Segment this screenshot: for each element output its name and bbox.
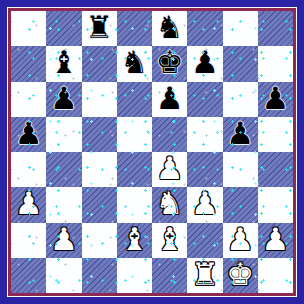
piece-white-king[interactable]: ♚ [226, 259, 254, 290]
square-d5[interactable] [117, 117, 152, 152]
piece-white-knight[interactable]: ♞ [156, 188, 184, 219]
square-h1[interactable] [258, 258, 293, 293]
square-a5[interactable]: ♟ [11, 117, 46, 152]
square-h3[interactable] [258, 187, 293, 222]
square-e6[interactable]: ♟ [152, 82, 187, 117]
square-c5[interactable] [82, 117, 117, 152]
square-d6[interactable] [117, 82, 152, 117]
square-b5[interactable] [46, 117, 81, 152]
square-e4[interactable]: ♟ [152, 152, 187, 187]
piece-white-pawn[interactable]: ♟ [191, 188, 219, 219]
piece-black-pawn[interactable]: ♟ [156, 83, 184, 114]
board-highlight-frame: ♜♞♝♞♚♟♟♟♟♟♟♟♟♞♟♟♝♝♟♟♜♚ [7, 7, 297, 297]
square-a1[interactable] [11, 258, 46, 293]
square-d8[interactable] [117, 11, 152, 46]
square-g1[interactable]: ♚ [223, 258, 258, 293]
square-e3[interactable]: ♞ [152, 187, 187, 222]
square-e2[interactable]: ♝ [152, 223, 187, 258]
square-h7[interactable] [258, 46, 293, 81]
square-g4[interactable] [223, 152, 258, 187]
square-h5[interactable] [258, 117, 293, 152]
square-f7[interactable]: ♟ [187, 46, 222, 81]
square-d3[interactable] [117, 187, 152, 222]
square-d4[interactable] [117, 152, 152, 187]
piece-white-pawn[interactable]: ♟ [226, 224, 254, 255]
piece-black-knight[interactable]: ♞ [120, 47, 148, 78]
piece-white-pawn[interactable]: ♟ [15, 188, 43, 219]
square-d7[interactable]: ♞ [117, 46, 152, 81]
square-a4[interactable] [11, 152, 46, 187]
piece-black-king[interactable]: ♚ [156, 47, 184, 78]
piece-white-bishop[interactable]: ♝ [156, 224, 184, 255]
piece-black-knight[interactable]: ♞ [156, 12, 184, 43]
square-b7[interactable]: ♝ [46, 46, 81, 81]
board-inner-frame: ♜♞♝♞♚♟♟♟♟♟♟♟♟♞♟♟♝♝♟♟♜♚ [8, 8, 296, 296]
piece-white-pawn[interactable]: ♟ [50, 224, 78, 255]
square-b8[interactable] [46, 11, 81, 46]
square-f4[interactable] [187, 152, 222, 187]
square-h8[interactable] [258, 11, 293, 46]
square-c8[interactable]: ♜ [82, 11, 117, 46]
square-g6[interactable] [223, 82, 258, 117]
square-c2[interactable] [82, 223, 117, 258]
board-outer-frame: ♜♞♝♞♚♟♟♟♟♟♟♟♟♞♟♟♝♝♟♟♜♚ [0, 0, 304, 304]
piece-black-pawn[interactable]: ♟ [50, 83, 78, 114]
square-b6[interactable]: ♟ [46, 82, 81, 117]
piece-black-pawn[interactable]: ♟ [261, 83, 289, 114]
square-a8[interactable] [11, 11, 46, 46]
square-d1[interactable] [117, 258, 152, 293]
square-e7[interactable]: ♚ [152, 46, 187, 81]
square-d2[interactable]: ♝ [117, 223, 152, 258]
piece-black-pawn[interactable]: ♟ [15, 118, 43, 149]
square-b4[interactable] [46, 152, 81, 187]
square-c6[interactable] [82, 82, 117, 117]
piece-white-rook[interactable]: ♜ [191, 259, 219, 290]
piece-black-pawn[interactable]: ♟ [226, 118, 254, 149]
square-a3[interactable]: ♟ [11, 187, 46, 222]
square-g2[interactable]: ♟ [223, 223, 258, 258]
square-b2[interactable]: ♟ [46, 223, 81, 258]
square-e1[interactable] [152, 258, 187, 293]
square-c7[interactable] [82, 46, 117, 81]
square-f1[interactable]: ♜ [187, 258, 222, 293]
square-a2[interactable] [11, 223, 46, 258]
square-c1[interactable] [82, 258, 117, 293]
square-a6[interactable] [11, 82, 46, 117]
piece-white-pawn[interactable]: ♟ [156, 153, 184, 184]
piece-black-rook[interactable]: ♜ [85, 12, 113, 43]
square-h2[interactable]: ♟ [258, 223, 293, 258]
chess-board: ♜♞♝♞♚♟♟♟♟♟♟♟♟♞♟♟♝♝♟♟♜♚ [11, 11, 293, 293]
piece-black-bishop[interactable]: ♝ [50, 47, 78, 78]
square-g3[interactable] [223, 187, 258, 222]
square-c3[interactable] [82, 187, 117, 222]
square-f6[interactable] [187, 82, 222, 117]
square-f8[interactable] [187, 11, 222, 46]
square-b3[interactable] [46, 187, 81, 222]
square-e5[interactable] [152, 117, 187, 152]
square-h4[interactable] [258, 152, 293, 187]
square-b1[interactable] [46, 258, 81, 293]
square-c4[interactable] [82, 152, 117, 187]
square-g7[interactable] [223, 46, 258, 81]
square-g5[interactable]: ♟ [223, 117, 258, 152]
square-e8[interactable]: ♞ [152, 11, 187, 46]
square-f2[interactable] [187, 223, 222, 258]
square-a7[interactable] [11, 46, 46, 81]
piece-white-pawn[interactable]: ♟ [261, 224, 289, 255]
piece-black-pawn[interactable]: ♟ [191, 47, 219, 78]
square-f3[interactable]: ♟ [187, 187, 222, 222]
square-f5[interactable] [187, 117, 222, 152]
square-h6[interactable]: ♟ [258, 82, 293, 117]
square-g8[interactable] [223, 11, 258, 46]
piece-white-bishop[interactable]: ♝ [120, 224, 148, 255]
